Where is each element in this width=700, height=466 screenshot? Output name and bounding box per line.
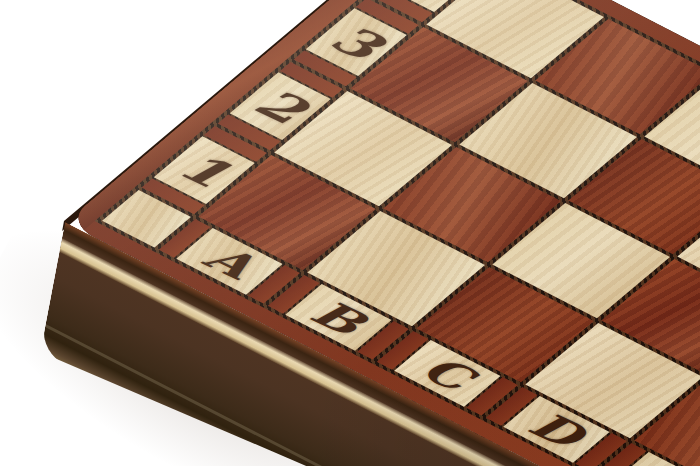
product-photo-stage: 321ABCD [0, 0, 700, 466]
